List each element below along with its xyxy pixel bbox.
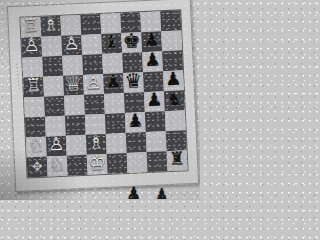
white-pawn-d5[interactable]: ♙ (85, 72, 102, 93)
black-pawn-e5[interactable]: ♟ (105, 71, 122, 92)
black-pawn-g6[interactable]: ♟ (144, 49, 161, 70)
white-pawn-c7[interactable]: ♙ (63, 33, 80, 54)
white-rook-a5[interactable]: ♖ (25, 75, 42, 96)
white-bishop-b8[interactable]: ♗ (42, 14, 59, 35)
black-king-f7[interactable]: ♚ (122, 30, 141, 51)
square-a1[interactable]: ✥ (27, 157, 48, 178)
square-f3[interactable]: ♟ (125, 112, 146, 133)
square-e4[interactable] (104, 93, 125, 114)
square-c1[interactable] (67, 155, 88, 176)
square-b6[interactable] (42, 56, 63, 77)
square-g4[interactable]: ♟ (144, 91, 165, 112)
black-queen-f5[interactable]: ♛ (124, 70, 143, 91)
chessboard: ♖♗♙♙♝♚♟♟♖♕♙♟♛♟♟♞♟♘♙♗✥♘♔♜ (19, 9, 188, 178)
square-e3[interactable] (105, 113, 126, 134)
square-d4[interactable] (84, 94, 105, 115)
square-d8[interactable] (80, 14, 101, 35)
square-b5[interactable] (43, 76, 64, 97)
white-king-d1[interactable]: ♔ (88, 152, 107, 173)
square-d1[interactable]: ♔ (87, 154, 108, 175)
square-g3[interactable] (145, 111, 166, 132)
square-a5[interactable]: ♖ (23, 77, 44, 98)
square-g1[interactable] (147, 151, 168, 172)
black-pawn-g7[interactable]: ♟ (143, 29, 160, 50)
square-c5[interactable]: ♕ (63, 75, 84, 96)
white-rook-a8[interactable]: ♖ (22, 15, 39, 36)
square-c7[interactable]: ♙ (61, 35, 82, 56)
white-pawn-a7[interactable]: ♙ (23, 35, 40, 56)
white-pawn-b2[interactable]: ♙ (48, 134, 65, 155)
square-a7[interactable]: ♙ (21, 37, 42, 58)
maker-emblem-a1: ✥ (27, 157, 48, 178)
square-g2[interactable] (146, 131, 167, 152)
black-pawn-h5[interactable]: ♟ (165, 68, 182, 89)
square-a4[interactable] (24, 97, 45, 118)
square-b7[interactable] (41, 36, 62, 57)
square-h4[interactable]: ♞ (164, 90, 185, 111)
square-f5[interactable]: ♛ (123, 72, 144, 93)
white-queen-c5[interactable]: ♕ (64, 73, 83, 94)
square-c2[interactable] (66, 135, 87, 156)
square-h3[interactable] (165, 110, 186, 131)
square-a2[interactable]: ♘ (26, 137, 47, 158)
square-e5[interactable]: ♟ (103, 73, 124, 94)
black-pawn-g4[interactable]: ♟ (146, 89, 163, 110)
square-c4[interactable] (64, 95, 85, 116)
square-e1[interactable] (107, 153, 128, 174)
black-pawn-f3[interactable]: ♟ (127, 110, 144, 131)
square-h1[interactable]: ♜ (167, 150, 188, 171)
black-rook-h1[interactable]: ♜ (168, 148, 185, 169)
black-bishop-e7[interactable]: ♝ (103, 31, 120, 52)
captured-black-piece[interactable]: ♟ (126, 183, 141, 200)
square-h7[interactable] (161, 30, 182, 51)
white-knight-a2[interactable]: ♘ (28, 135, 45, 156)
square-e7[interactable]: ♝ (101, 33, 122, 54)
square-c3[interactable] (65, 115, 86, 136)
captured-black-piece[interactable]: ♟ (155, 185, 168, 200)
square-d7[interactable] (81, 34, 102, 55)
square-d5[interactable]: ♙ (83, 74, 104, 95)
square-b8[interactable]: ♗ (40, 16, 61, 37)
square-b4[interactable] (44, 96, 65, 117)
square-f7[interactable]: ♚ (121, 32, 142, 53)
chessboard-frame: ∙∙∙∙∙∙∙∙ ♖♗♙♙♝♚♟♟♖♕♙♟♛♟♟♞♟♘♙♗✥♘♔♜ (7, 0, 199, 192)
square-f2[interactable] (126, 132, 147, 153)
square-e2[interactable] (106, 133, 127, 154)
square-b1[interactable]: ♘ (47, 156, 68, 177)
white-knight-b1[interactable]: ♘ (49, 154, 66, 175)
black-knight-h4[interactable]: ♞ (166, 88, 183, 109)
square-h8[interactable] (160, 10, 181, 31)
square-g6[interactable]: ♟ (142, 51, 163, 72)
square-f1[interactable] (127, 152, 148, 173)
